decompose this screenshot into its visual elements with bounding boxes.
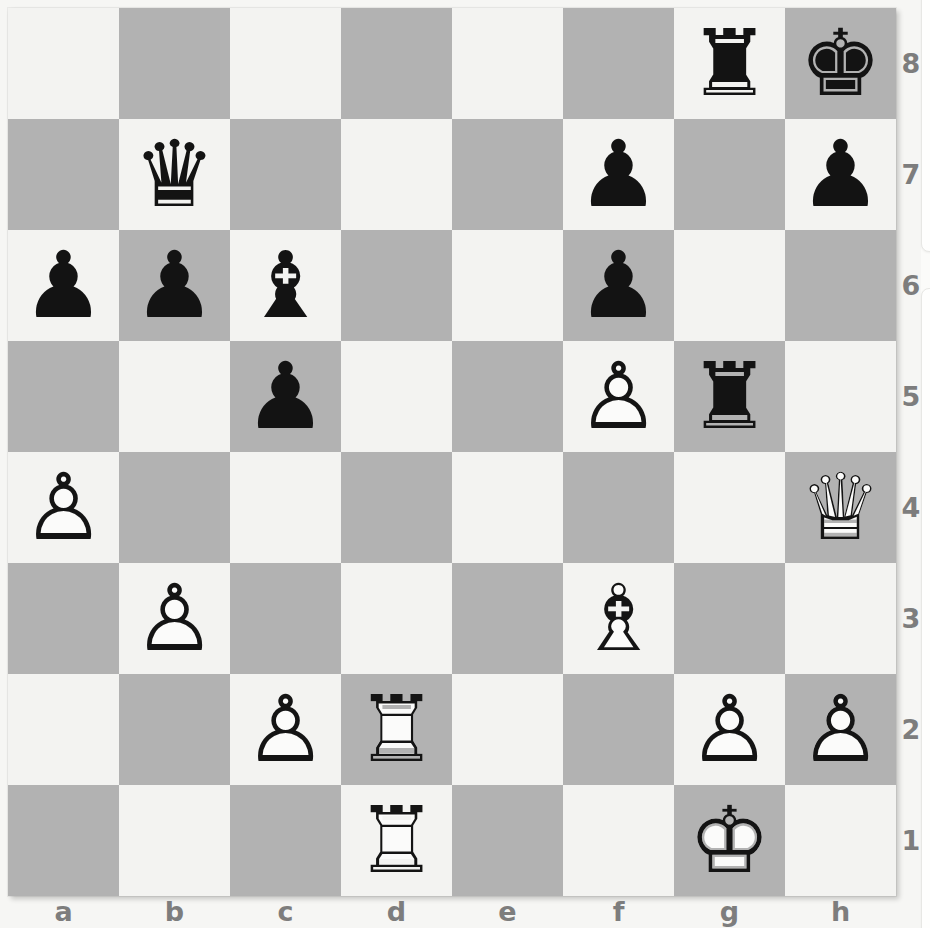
square-h6[interactable] <box>785 230 896 341</box>
square-h5[interactable] <box>785 341 896 452</box>
square-h1[interactable] <box>785 785 896 896</box>
square-d8[interactable] <box>341 8 452 119</box>
square-d3[interactable] <box>341 563 452 674</box>
square-b2[interactable] <box>119 674 230 785</box>
black-queen-icon: ♛ <box>133 119 215 230</box>
square-h2[interactable]: ♟♙ <box>785 674 896 785</box>
file-label-c: c <box>230 896 341 926</box>
black-pawn-icon: ♟ <box>577 119 659 230</box>
white-pawn-icon: ♙ <box>688 674 770 785</box>
rank-label-8: 8 <box>896 8 926 119</box>
piece-black-pawn-a6[interactable]: ♟ <box>8 230 119 341</box>
piece-black-pawn-f6[interactable]: ♟ <box>563 230 674 341</box>
square-b7[interactable]: ♛ <box>119 119 230 230</box>
square-d5[interactable] <box>341 341 452 452</box>
square-f8[interactable] <box>563 8 674 119</box>
square-a8[interactable] <box>8 8 119 119</box>
square-h4[interactable]: ♛♕ <box>785 452 896 563</box>
square-e1[interactable] <box>452 785 563 896</box>
file-label-g: g <box>674 896 785 926</box>
square-f3[interactable]: ♝♗ <box>563 563 674 674</box>
file-label-f: f <box>563 896 674 926</box>
square-g5[interactable]: ♜ <box>674 341 785 452</box>
rank-label-1: 1 <box>896 785 926 896</box>
piece-black-queen-b7[interactable]: ♛ <box>119 119 230 230</box>
square-g2[interactable]: ♟♙ <box>674 674 785 785</box>
piece-black-pawn-c5[interactable]: ♟ <box>230 341 341 452</box>
piece-white-pawn-f5[interactable]: ♟♙ <box>563 341 674 452</box>
square-d2[interactable]: ♜♖ <box>341 674 452 785</box>
piece-black-rook-g8[interactable]: ♜ <box>674 8 785 119</box>
square-b1[interactable] <box>119 785 230 896</box>
square-a5[interactable] <box>8 341 119 452</box>
piece-white-pawn-b3[interactable]: ♟♙ <box>119 563 230 674</box>
black-pawn-icon: ♟ <box>577 230 659 341</box>
square-b5[interactable] <box>119 341 230 452</box>
black-rook-icon: ♜ <box>688 341 770 452</box>
white-rook-icon: ♖ <box>355 674 437 785</box>
square-f2[interactable] <box>563 674 674 785</box>
white-bishop-icon: ♗ <box>577 563 659 674</box>
piece-black-pawn-f7[interactable]: ♟ <box>563 119 674 230</box>
square-b3[interactable]: ♟♙ <box>119 563 230 674</box>
square-c2[interactable]: ♟♙ <box>230 674 341 785</box>
rank-label-5: 5 <box>896 341 926 452</box>
square-c1[interactable] <box>230 785 341 896</box>
square-f6[interactable]: ♟ <box>563 230 674 341</box>
square-c4[interactable] <box>230 452 341 563</box>
piece-black-king-h8[interactable]: ♚ <box>785 8 896 119</box>
file-label-h: h <box>785 896 896 926</box>
piece-white-pawn-c2[interactable]: ♟♙ <box>230 674 341 785</box>
rank-label-7: 7 <box>896 119 926 230</box>
square-e5[interactable] <box>452 341 563 452</box>
rank-label-3: 3 <box>896 563 926 674</box>
square-a1[interactable] <box>8 785 119 896</box>
square-b8[interactable] <box>119 8 230 119</box>
rank-label-4: 4 <box>896 452 926 563</box>
square-d6[interactable] <box>341 230 452 341</box>
square-e4[interactable] <box>452 452 563 563</box>
black-pawn-icon: ♟ <box>244 341 326 452</box>
square-e2[interactable] <box>452 674 563 785</box>
piece-white-pawn-a4[interactable]: ♟♙ <box>8 452 119 563</box>
rank-label-2: 2 <box>896 674 926 785</box>
white-king-icon: ♔ <box>688 785 770 896</box>
square-f1[interactable] <box>563 785 674 896</box>
piece-black-rook-g5[interactable]: ♜ <box>674 341 785 452</box>
black-pawn-icon: ♟ <box>22 230 104 341</box>
square-h8[interactable]: ♚ <box>785 8 896 119</box>
black-rook-icon: ♜ <box>688 8 770 119</box>
piece-white-pawn-g2[interactable]: ♟♙ <box>674 674 785 785</box>
white-pawn-icon: ♙ <box>22 452 104 563</box>
square-f4[interactable] <box>563 452 674 563</box>
square-d1[interactable]: ♜♖ <box>341 785 452 896</box>
square-c5[interactable]: ♟ <box>230 341 341 452</box>
chess-board: ♜♚♛♟♟♟♟♝♟♟♟♙♜♟♙♛♕♟♙♝♗♟♙♜♖♟♙♟♙♜♖♚♔ <box>8 8 896 896</box>
square-a4[interactable]: ♟♙ <box>8 452 119 563</box>
square-f7[interactable]: ♟ <box>563 119 674 230</box>
square-b6[interactable]: ♟ <box>119 230 230 341</box>
square-e6[interactable] <box>452 230 563 341</box>
white-queen-icon: ♕ <box>799 452 881 563</box>
piece-white-king-g1[interactable]: ♚♔ <box>674 785 785 896</box>
white-pawn-icon: ♙ <box>133 563 215 674</box>
square-g8[interactable]: ♜ <box>674 8 785 119</box>
black-bishop-icon: ♝ <box>244 230 326 341</box>
square-b4[interactable] <box>119 452 230 563</box>
file-label-b: b <box>119 896 230 926</box>
square-c3[interactable] <box>230 563 341 674</box>
white-pawn-icon: ♙ <box>244 674 326 785</box>
piece-white-rook-d1[interactable]: ♜♖ <box>341 785 452 896</box>
square-a3[interactable] <box>8 563 119 674</box>
file-label-a: a <box>8 896 119 926</box>
square-g4[interactable] <box>674 452 785 563</box>
square-a2[interactable] <box>8 674 119 785</box>
square-c8[interactable] <box>230 8 341 119</box>
rank-labels: 87654321 <box>896 8 926 896</box>
piece-white-pawn-h2[interactable]: ♟♙ <box>785 674 896 785</box>
square-g6[interactable] <box>674 230 785 341</box>
square-d4[interactable] <box>341 452 452 563</box>
square-g1[interactable]: ♚♔ <box>674 785 785 896</box>
file-label-e: e <box>452 896 563 926</box>
white-rook-icon: ♖ <box>355 785 437 896</box>
square-h7[interactable]: ♟ <box>785 119 896 230</box>
square-c7[interactable] <box>230 119 341 230</box>
file-labels: abcdefgh <box>8 896 896 928</box>
square-d7[interactable] <box>341 119 452 230</box>
white-pawn-icon: ♙ <box>799 674 881 785</box>
piece-white-rook-d2[interactable]: ♜♖ <box>341 674 452 785</box>
square-c6[interactable]: ♝ <box>230 230 341 341</box>
square-e3[interactable] <box>452 563 563 674</box>
square-h3[interactable] <box>785 563 896 674</box>
square-f5[interactable]: ♟♙ <box>563 341 674 452</box>
piece-white-queen-h4[interactable]: ♛♕ <box>785 452 896 563</box>
black-pawn-icon: ♟ <box>799 119 881 230</box>
rank-label-6: 6 <box>896 230 926 341</box>
square-g7[interactable] <box>674 119 785 230</box>
piece-black-pawn-b6[interactable]: ♟ <box>119 230 230 341</box>
square-a6[interactable]: ♟ <box>8 230 119 341</box>
piece-black-pawn-h7[interactable]: ♟ <box>785 119 896 230</box>
square-a7[interactable] <box>8 119 119 230</box>
piece-black-bishop-c6[interactable]: ♝ <box>230 230 341 341</box>
black-king-icon: ♚ <box>799 8 881 119</box>
black-pawn-icon: ♟ <box>133 230 215 341</box>
square-e7[interactable] <box>452 119 563 230</box>
square-e8[interactable] <box>452 8 563 119</box>
piece-white-bishop-f3[interactable]: ♝♗ <box>563 563 674 674</box>
file-label-d: d <box>341 896 452 926</box>
square-g3[interactable] <box>674 563 785 674</box>
white-pawn-icon: ♙ <box>577 341 659 452</box>
